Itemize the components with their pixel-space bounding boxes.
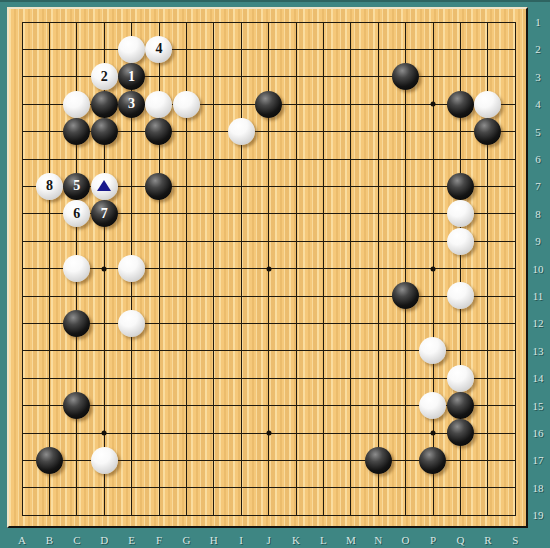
board-intersection[interactable] [90, 337, 117, 364]
board-intersection[interactable] [337, 474, 364, 501]
board-intersection[interactable] [173, 8, 200, 35]
board-intersection[interactable] [8, 392, 35, 419]
board-intersection[interactable] [227, 282, 254, 309]
board-intersection[interactable] [310, 36, 337, 63]
board-intersection[interactable] [419, 118, 446, 145]
board-intersection[interactable] [63, 364, 90, 391]
board-intersection[interactable] [145, 118, 172, 145]
board-intersection[interactable] [8, 501, 35, 528]
board-intersection[interactable] [501, 364, 528, 391]
board-intersection[interactable] [36, 255, 63, 282]
board-intersection[interactable]: 8 [36, 173, 63, 200]
board-intersection[interactable] [173, 282, 200, 309]
board-intersection[interactable] [63, 8, 90, 35]
board-intersection[interactable] [392, 255, 419, 282]
board-intersection[interactable] [200, 419, 227, 446]
board-intersection[interactable] [501, 36, 528, 63]
board-intersection[interactable] [419, 392, 446, 419]
board-intersection[interactable] [310, 200, 337, 227]
board-intersection[interactable] [63, 255, 90, 282]
board-intersection[interactable] [364, 118, 391, 145]
board-intersection[interactable] [227, 90, 254, 117]
board-intersection[interactable] [90, 90, 117, 117]
board-intersection[interactable] [282, 364, 309, 391]
board-intersection[interactable] [282, 447, 309, 474]
board-intersection[interactable] [337, 392, 364, 419]
board-intersection[interactable] [90, 474, 117, 501]
board-intersection[interactable] [255, 145, 282, 172]
board-intersection[interactable] [36, 501, 63, 528]
board-intersection[interactable] [118, 447, 145, 474]
board-intersection[interactable] [474, 419, 501, 446]
board-intersection[interactable] [8, 282, 35, 309]
board-intersection[interactable] [392, 8, 419, 35]
board-intersection[interactable] [310, 337, 337, 364]
board-intersection[interactable] [447, 145, 474, 172]
board-intersection[interactable] [36, 63, 63, 90]
board-intersection[interactable] [255, 90, 282, 117]
board-intersection[interactable] [310, 173, 337, 200]
board-intersection[interactable] [419, 447, 446, 474]
board-intersection[interactable] [200, 200, 227, 227]
board-intersection[interactable] [36, 8, 63, 35]
board-intersection[interactable] [200, 90, 227, 117]
board-intersection[interactable] [419, 90, 446, 117]
board-intersection[interactable] [255, 364, 282, 391]
board-intersection[interactable] [227, 474, 254, 501]
board-intersection[interactable] [310, 227, 337, 254]
board-intersection[interactable] [501, 227, 528, 254]
board-intersection[interactable] [337, 337, 364, 364]
board-intersection[interactable] [63, 90, 90, 117]
board-intersection[interactable] [118, 227, 145, 254]
board-intersection[interactable] [36, 145, 63, 172]
board-intersection[interactable] [173, 227, 200, 254]
board-intersection[interactable] [255, 474, 282, 501]
board-intersection[interactable] [200, 118, 227, 145]
board-intersection[interactable] [118, 145, 145, 172]
board-intersection[interactable] [392, 474, 419, 501]
board-intersection[interactable] [392, 145, 419, 172]
board-intersection[interactable] [145, 90, 172, 117]
board-intersection[interactable] [8, 255, 35, 282]
board-intersection[interactable] [118, 364, 145, 391]
board-intersection[interactable] [364, 145, 391, 172]
board-intersection[interactable] [392, 282, 419, 309]
board-intersection[interactable] [337, 227, 364, 254]
board-intersection[interactable] [8, 364, 35, 391]
board-intersection[interactable] [118, 8, 145, 35]
board-intersection[interactable] [118, 282, 145, 309]
board-intersection[interactable] [392, 337, 419, 364]
board-intersection[interactable] [364, 337, 391, 364]
board-intersection[interactable] [200, 501, 227, 528]
board-intersection[interactable] [501, 419, 528, 446]
board-intersection[interactable] [200, 63, 227, 90]
board-intersection[interactable] [364, 8, 391, 35]
board-intersection[interactable] [474, 501, 501, 528]
board-intersection[interactable] [63, 419, 90, 446]
board-intersection[interactable] [90, 227, 117, 254]
board-intersection[interactable] [36, 36, 63, 63]
board-intersection[interactable] [145, 63, 172, 90]
board-intersection[interactable] [173, 474, 200, 501]
board-intersection[interactable] [447, 227, 474, 254]
board-intersection[interactable] [337, 255, 364, 282]
board-intersection[interactable] [227, 145, 254, 172]
board-intersection[interactable] [447, 118, 474, 145]
board-intersection[interactable] [90, 282, 117, 309]
board-intersection[interactable] [392, 310, 419, 337]
board-intersection[interactable] [200, 282, 227, 309]
board-intersection[interactable] [118, 501, 145, 528]
board-intersection[interactable] [282, 200, 309, 227]
board-intersection[interactable] [200, 145, 227, 172]
board-intersection[interactable] [118, 419, 145, 446]
board-intersection[interactable] [501, 63, 528, 90]
board-intersection[interactable]: 4 [145, 36, 172, 63]
board-intersection[interactable] [36, 474, 63, 501]
board-intersection[interactable] [8, 337, 35, 364]
board-intersection[interactable]: 3 [118, 90, 145, 117]
board-intersection[interactable] [173, 200, 200, 227]
board-intersection[interactable] [63, 145, 90, 172]
board-intersection[interactable] [145, 145, 172, 172]
board-intersection[interactable] [447, 392, 474, 419]
board-intersection[interactable] [419, 474, 446, 501]
board-intersection[interactable] [200, 364, 227, 391]
board-intersection[interactable] [282, 145, 309, 172]
board-intersection[interactable] [501, 310, 528, 337]
board-intersection[interactable] [474, 364, 501, 391]
board-intersection[interactable] [200, 8, 227, 35]
board-intersection[interactable] [447, 255, 474, 282]
board-intersection[interactable] [474, 310, 501, 337]
board-intersection[interactable] [227, 337, 254, 364]
board-intersection[interactable] [392, 419, 419, 446]
board-intersection[interactable] [63, 282, 90, 309]
board-intersection[interactable] [419, 63, 446, 90]
board-intersection[interactable] [282, 227, 309, 254]
board-intersection[interactable] [173, 145, 200, 172]
board-intersection[interactable] [90, 419, 117, 446]
board-intersection[interactable] [63, 310, 90, 337]
board-intersection[interactable] [90, 173, 117, 200]
board-intersection[interactable] [282, 255, 309, 282]
board-intersection[interactable] [227, 447, 254, 474]
board-intersection[interactable] [501, 337, 528, 364]
board-intersection[interactable] [474, 118, 501, 145]
board-intersection[interactable] [419, 364, 446, 391]
board-intersection[interactable] [310, 392, 337, 419]
board-intersection[interactable] [90, 364, 117, 391]
board-intersection[interactable] [36, 447, 63, 474]
board-intersection[interactable] [255, 8, 282, 35]
board-intersection[interactable] [118, 337, 145, 364]
board-intersection[interactable] [36, 337, 63, 364]
board-intersection[interactable] [8, 173, 35, 200]
board-intersection[interactable] [200, 36, 227, 63]
board-intersection[interactable] [474, 145, 501, 172]
board-intersection[interactable] [255, 310, 282, 337]
board-intersection[interactable] [36, 392, 63, 419]
board-intersection[interactable] [227, 173, 254, 200]
board-intersection[interactable] [419, 200, 446, 227]
board-intersection[interactable] [36, 364, 63, 391]
board-intersection[interactable] [8, 90, 35, 117]
board-intersection[interactable] [173, 118, 200, 145]
board-intersection[interactable] [118, 36, 145, 63]
board-intersection[interactable] [501, 118, 528, 145]
board-intersection[interactable] [255, 200, 282, 227]
board-intersection[interactable] [63, 227, 90, 254]
board-intersection[interactable] [392, 447, 419, 474]
board-intersection[interactable] [337, 282, 364, 309]
board-intersection[interactable] [227, 8, 254, 35]
board-intersection[interactable] [474, 63, 501, 90]
board-intersection[interactable] [337, 8, 364, 35]
board-intersection[interactable] [282, 90, 309, 117]
board-intersection[interactable] [227, 227, 254, 254]
board-intersection[interactable] [392, 36, 419, 63]
board-intersection[interactable] [227, 36, 254, 63]
board-intersection[interactable] [118, 118, 145, 145]
board-intersection[interactable] [337, 145, 364, 172]
board-intersection[interactable] [173, 63, 200, 90]
board-intersection[interactable] [364, 227, 391, 254]
board-intersection[interactable] [392, 63, 419, 90]
board-intersection[interactable] [474, 282, 501, 309]
board-intersection[interactable] [310, 145, 337, 172]
board-intersection[interactable] [310, 474, 337, 501]
board-intersection[interactable] [501, 392, 528, 419]
board-intersection[interactable] [255, 173, 282, 200]
board-intersection[interactable] [392, 200, 419, 227]
board-intersection[interactable] [282, 63, 309, 90]
board-intersection[interactable] [474, 200, 501, 227]
board-intersection[interactable] [310, 501, 337, 528]
board-intersection[interactable] [474, 474, 501, 501]
board-intersection[interactable] [200, 337, 227, 364]
board-intersection[interactable] [63, 501, 90, 528]
board-intersection[interactable] [145, 501, 172, 528]
board-intersection[interactable] [173, 337, 200, 364]
board-intersection[interactable] [63, 474, 90, 501]
board-intersection[interactable] [364, 392, 391, 419]
board-intersection[interactable] [310, 118, 337, 145]
board-intersection[interactable] [419, 310, 446, 337]
board-intersection[interactable] [310, 419, 337, 446]
board-intersection[interactable] [337, 501, 364, 528]
board-intersection[interactable] [36, 200, 63, 227]
board-intersection[interactable] [392, 173, 419, 200]
board-intersection[interactable] [474, 227, 501, 254]
board-intersection[interactable] [255, 447, 282, 474]
board-intersection[interactable] [8, 63, 35, 90]
board-intersection[interactable] [145, 200, 172, 227]
board-intersection[interactable] [310, 255, 337, 282]
board-intersection[interactable] [36, 227, 63, 254]
board-intersection[interactable] [63, 36, 90, 63]
board-intersection[interactable] [474, 392, 501, 419]
board-intersection[interactable] [255, 337, 282, 364]
board-intersection[interactable] [282, 310, 309, 337]
board-intersection[interactable] [90, 145, 117, 172]
board-intersection[interactable] [145, 227, 172, 254]
board-intersection[interactable] [447, 337, 474, 364]
board-intersection[interactable] [474, 173, 501, 200]
board-intersection[interactable] [364, 364, 391, 391]
board-intersection[interactable] [90, 447, 117, 474]
board-intersection[interactable] [8, 200, 35, 227]
board-intersection[interactable]: 7 [90, 200, 117, 227]
board-intersection[interactable] [173, 364, 200, 391]
board-intersection[interactable] [419, 501, 446, 528]
board-intersection[interactable] [501, 90, 528, 117]
board-intersection[interactable] [8, 227, 35, 254]
board-intersection[interactable] [145, 173, 172, 200]
board-intersection[interactable] [364, 90, 391, 117]
board-intersection[interactable] [310, 282, 337, 309]
board-intersection[interactable] [282, 474, 309, 501]
board-intersection[interactable] [447, 364, 474, 391]
board-intersection[interactable] [227, 419, 254, 446]
board-intersection[interactable] [255, 501, 282, 528]
board-intersection[interactable] [282, 8, 309, 35]
board-intersection[interactable] [364, 255, 391, 282]
board-intersection[interactable] [227, 392, 254, 419]
board-intersection[interactable] [200, 255, 227, 282]
board-intersection[interactable] [118, 474, 145, 501]
board-intersection[interactable] [145, 392, 172, 419]
board-intersection[interactable] [474, 8, 501, 35]
board-intersection[interactable] [419, 255, 446, 282]
board-intersection[interactable] [8, 8, 35, 35]
board-intersection[interactable] [364, 447, 391, 474]
board-intersection[interactable] [227, 118, 254, 145]
board-intersection[interactable] [419, 36, 446, 63]
board-intersection[interactable] [337, 419, 364, 446]
board-intersection[interactable] [145, 255, 172, 282]
board-intersection[interactable] [118, 392, 145, 419]
board-intersection[interactable] [255, 63, 282, 90]
board-intersection[interactable] [173, 173, 200, 200]
board-intersection[interactable] [337, 447, 364, 474]
board-intersection[interactable] [255, 227, 282, 254]
board-intersection[interactable] [8, 36, 35, 63]
board-intersection[interactable] [200, 310, 227, 337]
board-intersection[interactable] [337, 63, 364, 90]
board-intersection[interactable] [447, 419, 474, 446]
board-intersection[interactable] [173, 392, 200, 419]
board-intersection[interactable] [90, 36, 117, 63]
board-intersection[interactable] [392, 364, 419, 391]
board-intersection[interactable] [419, 227, 446, 254]
board-intersection[interactable] [145, 310, 172, 337]
board-intersection[interactable] [419, 282, 446, 309]
board-intersection[interactable] [118, 310, 145, 337]
board-intersection[interactable] [200, 474, 227, 501]
board-intersection[interactable] [282, 36, 309, 63]
board-intersection[interactable] [282, 282, 309, 309]
board-intersection[interactable] [474, 447, 501, 474]
board-intersection[interactable] [145, 337, 172, 364]
board-intersection[interactable] [419, 145, 446, 172]
board-intersection[interactable] [90, 255, 117, 282]
board-intersection[interactable] [310, 8, 337, 35]
board-intersection[interactable]: 6 [63, 200, 90, 227]
board-intersection[interactable] [90, 8, 117, 35]
board-intersection[interactable] [501, 474, 528, 501]
board-intersection[interactable] [310, 310, 337, 337]
board-intersection[interactable] [419, 173, 446, 200]
board-intersection[interactable] [501, 145, 528, 172]
board-intersection[interactable] [200, 392, 227, 419]
board-intersection[interactable] [282, 392, 309, 419]
board-intersection[interactable] [36, 118, 63, 145]
board-intersection[interactable] [200, 447, 227, 474]
board-intersection[interactable] [447, 447, 474, 474]
board-intersection[interactable] [392, 501, 419, 528]
board-intersection[interactable] [364, 474, 391, 501]
board-intersection[interactable] [173, 310, 200, 337]
board-intersection[interactable] [364, 63, 391, 90]
board-intersection[interactable] [63, 392, 90, 419]
board-intersection[interactable] [255, 36, 282, 63]
board-intersection[interactable] [501, 255, 528, 282]
board-intersection[interactable] [173, 447, 200, 474]
board-intersection[interactable] [447, 8, 474, 35]
board-intersection[interactable] [337, 173, 364, 200]
board-intersection[interactable] [282, 173, 309, 200]
board-intersection[interactable] [173, 36, 200, 63]
board-intersection[interactable]: 2 [90, 63, 117, 90]
board-intersection[interactable] [145, 447, 172, 474]
board-intersection[interactable] [447, 63, 474, 90]
board-intersection[interactable] [36, 90, 63, 117]
board-intersection[interactable] [392, 227, 419, 254]
board-intersection[interactable] [419, 419, 446, 446]
board-intersection[interactable] [145, 419, 172, 446]
board-intersection[interactable] [501, 200, 528, 227]
board-intersection[interactable] [36, 310, 63, 337]
board-intersection[interactable] [145, 282, 172, 309]
board-intersection[interactable] [173, 501, 200, 528]
board-intersection[interactable] [364, 36, 391, 63]
board-intersection[interactable] [227, 364, 254, 391]
board-intersection[interactable] [227, 255, 254, 282]
board-intersection[interactable] [501, 501, 528, 528]
board-intersection[interactable] [364, 419, 391, 446]
board-intersection[interactable] [90, 501, 117, 528]
board-intersection[interactable] [501, 447, 528, 474]
board-intersection[interactable] [310, 63, 337, 90]
board-intersection[interactable] [90, 118, 117, 145]
board-intersection[interactable] [392, 392, 419, 419]
board-intersection[interactable] [364, 173, 391, 200]
board-intersection[interactable] [447, 173, 474, 200]
board-intersection[interactable] [63, 447, 90, 474]
board-intersection[interactable] [255, 282, 282, 309]
board-intersection[interactable] [447, 282, 474, 309]
board-intersection[interactable] [474, 337, 501, 364]
board-intersection[interactable] [282, 501, 309, 528]
board-intersection[interactable] [282, 337, 309, 364]
board-intersection[interactable] [447, 36, 474, 63]
board-intersection[interactable] [337, 36, 364, 63]
board-intersection[interactable] [63, 337, 90, 364]
board-intersection[interactable] [8, 145, 35, 172]
